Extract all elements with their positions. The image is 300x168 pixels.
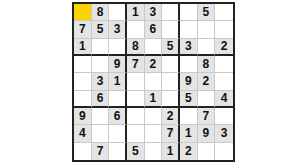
cell-r5c6[interactable]: [162, 73, 180, 90]
cell-r5c1[interactable]: [74, 73, 92, 90]
cell-r2c8[interactable]: [198, 21, 216, 38]
cell-r1c8[interactable]: 5: [198, 4, 216, 21]
cell-r2c4[interactable]: [127, 21, 145, 38]
cell-r3c8[interactable]: [198, 39, 216, 56]
cell-r6c3[interactable]: [109, 91, 127, 108]
cell-r6c4[interactable]: [127, 91, 145, 108]
cell-r8c5[interactable]: [145, 125, 163, 142]
cell-r9c4[interactable]: 5: [127, 143, 145, 160]
cell-r4c5[interactable]: 2: [145, 56, 163, 73]
cell-r8c9[interactable]: 3: [215, 125, 233, 142]
cell-r6c1[interactable]: [74, 91, 92, 108]
cell-r6c9[interactable]: 4: [215, 91, 233, 108]
cell-r3c3[interactable]: [109, 39, 127, 56]
cell-r1c4[interactable]: 1: [127, 4, 145, 21]
cell-r6c2[interactable]: 6: [92, 91, 110, 108]
cell-r4c9[interactable]: [215, 56, 233, 73]
cell-r7c2[interactable]: [92, 108, 110, 125]
cell-r1c9[interactable]: [215, 4, 233, 21]
cell-r4c8[interactable]: 8: [198, 56, 216, 73]
cell-r6c7[interactable]: 5: [180, 91, 198, 108]
cell-r9c1[interactable]: [74, 143, 92, 160]
cell-r7c7[interactable]: [180, 108, 198, 125]
cell-r3c5[interactable]: [145, 39, 163, 56]
cell-r2c5[interactable]: 6: [145, 21, 163, 38]
cell-r9c9[interactable]: [215, 143, 233, 160]
cell-r7c9[interactable]: [215, 108, 233, 125]
cell-r3c4[interactable]: 8: [127, 39, 145, 56]
cell-r1c1[interactable]: [74, 4, 92, 21]
cell-r7c6[interactable]: 2: [162, 108, 180, 125]
cell-r4c4[interactable]: 7: [127, 56, 145, 73]
cell-r4c2[interactable]: [92, 56, 110, 73]
cell-r3c6[interactable]: 5: [162, 39, 180, 56]
cell-r5c8[interactable]: 2: [198, 73, 216, 90]
cell-r4c3[interactable]: 9: [109, 56, 127, 73]
cell-r2c2[interactable]: 5: [92, 21, 110, 38]
cell-r8c1[interactable]: 4: [74, 125, 92, 142]
cell-r8c7[interactable]: 1: [180, 125, 198, 142]
cell-r1c6[interactable]: [162, 4, 180, 21]
cell-r3c1[interactable]: 1: [74, 39, 92, 56]
cell-r8c6[interactable]: 7: [162, 125, 180, 142]
cell-r7c4[interactable]: [127, 108, 145, 125]
cell-r5c2[interactable]: 3: [92, 73, 110, 90]
cell-r2c3[interactable]: 3: [109, 21, 127, 38]
cell-r9c7[interactable]: 2: [180, 143, 198, 160]
cell-r8c2[interactable]: [92, 125, 110, 142]
app-background: 81357536185329728319261549627471937512: [0, 0, 300, 168]
cell-r6c6[interactable]: [162, 91, 180, 108]
cell-r9c3[interactable]: [109, 143, 127, 160]
cell-r9c5[interactable]: [145, 143, 163, 160]
cell-r1c5[interactable]: 3: [145, 4, 163, 21]
cell-r7c5[interactable]: [145, 108, 163, 125]
cell-r1c2[interactable]: 8: [92, 4, 110, 21]
cell-r9c8[interactable]: [198, 143, 216, 160]
cell-r2c7[interactable]: [180, 21, 198, 38]
cell-r4c7[interactable]: [180, 56, 198, 73]
cell-r1c3[interactable]: [109, 4, 127, 21]
cell-r2c9[interactable]: [215, 21, 233, 38]
cell-r7c1[interactable]: 9: [74, 108, 92, 125]
cell-r7c8[interactable]: 7: [198, 108, 216, 125]
cell-r5c5[interactable]: [145, 73, 163, 90]
cell-r6c5[interactable]: 1: [145, 91, 163, 108]
cell-r4c6[interactable]: [162, 56, 180, 73]
cell-r1c7[interactable]: [180, 4, 198, 21]
cell-r5c3[interactable]: 1: [109, 73, 127, 90]
cell-r5c9[interactable]: [215, 73, 233, 90]
cell-r9c2[interactable]: 7: [92, 143, 110, 160]
cell-r3c2[interactable]: [92, 39, 110, 56]
cell-r2c6[interactable]: [162, 21, 180, 38]
cell-r3c7[interactable]: 3: [180, 39, 198, 56]
cell-r9c6[interactable]: 1: [162, 143, 180, 160]
cell-r8c3[interactable]: [109, 125, 127, 142]
cell-r3c9[interactable]: 2: [215, 39, 233, 56]
cell-r2c1[interactable]: 7: [74, 21, 92, 38]
cell-r7c3[interactable]: 6: [109, 108, 127, 125]
cell-r6c8[interactable]: [198, 91, 216, 108]
cell-r8c4[interactable]: [127, 125, 145, 142]
sudoku-board: 81357536185329728319261549627471937512: [72, 2, 235, 162]
cell-r5c4[interactable]: [127, 73, 145, 90]
cell-r8c8[interactable]: 9: [198, 125, 216, 142]
cell-r5c7[interactable]: 9: [180, 73, 198, 90]
cell-r4c1[interactable]: [74, 56, 92, 73]
